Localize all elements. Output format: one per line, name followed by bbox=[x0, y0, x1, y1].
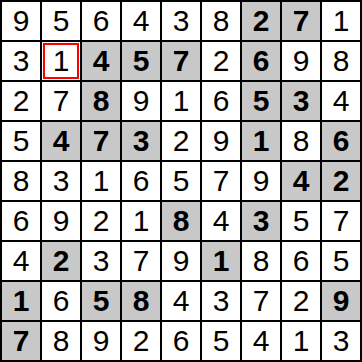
sudoku-cell-r5c7[interactable]: 9 bbox=[242, 162, 280, 200]
sudoku-cell-r9c7[interactable]: 4 bbox=[242, 322, 280, 360]
sudoku-cell-r6c5[interactable]: 8 bbox=[162, 202, 200, 240]
sudoku-cell-r5c3[interactable]: 1 bbox=[82, 162, 120, 200]
sudoku-cell-r5c6[interactable]: 7 bbox=[202, 162, 240, 200]
sudoku-cell-r6c6[interactable]: 4 bbox=[202, 202, 240, 240]
sudoku-cell-r1c1[interactable]: 9 bbox=[2, 2, 40, 40]
sudoku-cell-r3c4[interactable]: 9 bbox=[122, 82, 160, 120]
sudoku-cell-r6c1[interactable]: 6 bbox=[2, 202, 40, 240]
sudoku-cell-r6c7[interactable]: 3 bbox=[242, 202, 280, 240]
sudoku-cell-r1c2[interactable]: 5 bbox=[42, 2, 80, 40]
sudoku-cell-r6c3[interactable]: 2 bbox=[82, 202, 120, 240]
sudoku-cell-r6c2[interactable]: 9 bbox=[42, 202, 80, 240]
sudoku-cell-r5c2[interactable]: 3 bbox=[42, 162, 80, 200]
sudoku-cell-r7c4[interactable]: 7 bbox=[122, 242, 160, 280]
sudoku-cell-r5c5[interactable]: 5 bbox=[162, 162, 200, 200]
sudoku-cell-r4c1[interactable]: 5 bbox=[2, 122, 40, 160]
sudoku-cell-r1c9[interactable]: 1 bbox=[322, 2, 360, 40]
sudoku-cell-r7c6[interactable]: 1 bbox=[202, 242, 240, 280]
sudoku-cell-r1c7[interactable]: 2 bbox=[242, 2, 280, 40]
sudoku-cell-r4c2[interactable]: 4 bbox=[42, 122, 80, 160]
sudoku-cell-r8c6[interactable]: 3 bbox=[202, 282, 240, 320]
sudoku-cell-r1c8[interactable]: 7 bbox=[282, 2, 320, 40]
sudoku-cell-r2c9[interactable]: 8 bbox=[322, 42, 360, 80]
sudoku-cell-r7c2[interactable]: 2 bbox=[42, 242, 80, 280]
sudoku-cell-r8c5[interactable]: 4 bbox=[162, 282, 200, 320]
sudoku-cell-r1c5[interactable]: 3 bbox=[162, 2, 200, 40]
sudoku-cell-r4c7[interactable]: 1 bbox=[242, 122, 280, 160]
sudoku-cell-r1c4[interactable]: 4 bbox=[122, 2, 160, 40]
sudoku-cell-r3c5[interactable]: 1 bbox=[162, 82, 200, 120]
sudoku-cell-r8c3[interactable]: 5 bbox=[82, 282, 120, 320]
selected-cell-outline bbox=[43, 43, 79, 79]
sudoku-cell-r2c8[interactable]: 9 bbox=[282, 42, 320, 80]
sudoku-cell-r7c8[interactable]: 6 bbox=[282, 242, 320, 280]
sudoku-board: 9564382713145726982789165345473291868316… bbox=[0, 0, 362, 362]
sudoku-cell-r2c1[interactable]: 3 bbox=[2, 42, 40, 80]
sudoku-cell-r6c8[interactable]: 5 bbox=[282, 202, 320, 240]
sudoku-cell-r8c8[interactable]: 2 bbox=[282, 282, 320, 320]
sudoku-cell-r5c9[interactable]: 2 bbox=[322, 162, 360, 200]
sudoku-cell-r3c6[interactable]: 6 bbox=[202, 82, 240, 120]
sudoku-cell-r3c1[interactable]: 2 bbox=[2, 82, 40, 120]
sudoku-cell-r8c9[interactable]: 9 bbox=[322, 282, 360, 320]
sudoku-cell-r2c6[interactable]: 2 bbox=[202, 42, 240, 80]
sudoku-cell-r7c5[interactable]: 9 bbox=[162, 242, 200, 280]
sudoku-cell-r9c2[interactable]: 8 bbox=[42, 322, 80, 360]
sudoku-cell-r8c1[interactable]: 1 bbox=[2, 282, 40, 320]
sudoku-cell-r9c6[interactable]: 5 bbox=[202, 322, 240, 360]
sudoku-cell-r9c8[interactable]: 1 bbox=[282, 322, 320, 360]
sudoku-cell-r3c3[interactable]: 8 bbox=[82, 82, 120, 120]
sudoku-cell-r3c2[interactable]: 7 bbox=[42, 82, 80, 120]
sudoku-cell-r1c3[interactable]: 6 bbox=[82, 2, 120, 40]
sudoku-cell-r7c7[interactable]: 8 bbox=[242, 242, 280, 280]
sudoku-cell-r4c4[interactable]: 3 bbox=[122, 122, 160, 160]
sudoku-cell-r7c3[interactable]: 3 bbox=[82, 242, 120, 280]
sudoku-cell-r4c8[interactable]: 8 bbox=[282, 122, 320, 160]
sudoku-cell-r3c7[interactable]: 5 bbox=[242, 82, 280, 120]
sudoku-cell-r5c1[interactable]: 8 bbox=[2, 162, 40, 200]
sudoku-cell-r9c4[interactable]: 2 bbox=[122, 322, 160, 360]
sudoku-cell-r4c9[interactable]: 6 bbox=[322, 122, 360, 160]
sudoku-cell-r6c4[interactable]: 1 bbox=[122, 202, 160, 240]
sudoku-cell-r1c6[interactable]: 8 bbox=[202, 2, 240, 40]
sudoku-cell-r5c4[interactable]: 6 bbox=[122, 162, 160, 200]
sudoku-cell-r9c3[interactable]: 9 bbox=[82, 322, 120, 360]
sudoku-cell-r2c5[interactable]: 7 bbox=[162, 42, 200, 80]
sudoku-cell-r2c7[interactable]: 6 bbox=[242, 42, 280, 80]
sudoku-cell-r6c9[interactable]: 7 bbox=[322, 202, 360, 240]
sudoku-cell-r4c5[interactable]: 2 bbox=[162, 122, 200, 160]
sudoku-cell-r2c2[interactable]: 1 bbox=[42, 42, 80, 80]
sudoku-cell-r8c7[interactable]: 7 bbox=[242, 282, 280, 320]
sudoku-cell-r4c3[interactable]: 7 bbox=[82, 122, 120, 160]
sudoku-cell-r2c4[interactable]: 5 bbox=[122, 42, 160, 80]
sudoku-cell-r7c9[interactable]: 5 bbox=[322, 242, 360, 280]
sudoku-cell-r9c9[interactable]: 3 bbox=[322, 322, 360, 360]
sudoku-cell-r5c8[interactable]: 4 bbox=[282, 162, 320, 200]
sudoku-cell-r9c5[interactable]: 6 bbox=[162, 322, 200, 360]
sudoku-cell-r3c8[interactable]: 3 bbox=[282, 82, 320, 120]
sudoku-cell-r4c6[interactable]: 9 bbox=[202, 122, 240, 160]
sudoku-cell-r9c1[interactable]: 7 bbox=[2, 322, 40, 360]
sudoku-cell-r8c4[interactable]: 8 bbox=[122, 282, 160, 320]
sudoku-cell-r3c9[interactable]: 4 bbox=[322, 82, 360, 120]
sudoku-cell-r2c3[interactable]: 4 bbox=[82, 42, 120, 80]
sudoku-cell-r8c2[interactable]: 6 bbox=[42, 282, 80, 320]
sudoku-cell-r7c1[interactable]: 4 bbox=[2, 242, 40, 280]
